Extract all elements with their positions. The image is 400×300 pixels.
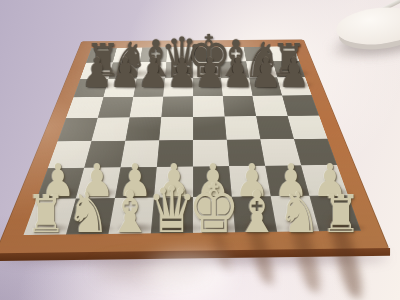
piece-black-pawn-a7[interactable]: ♟ [82,53,113,94]
knight-glyph: ♞ [277,180,320,245]
piece-black-pawn-h7[interactable]: ♟ [278,53,309,94]
pawn-glyph: ♟ [222,49,253,97]
piece-white-rook-a1[interactable]: ♜ [26,188,66,240]
square-e5[interactable] [193,96,225,117]
pawn-glyph: ♟ [82,49,113,97]
square-d4[interactable] [159,117,193,141]
pawn-glyph: ♟ [278,49,309,97]
piece-white-knight-g1[interactable]: ♞ [277,185,320,241]
square-f4[interactable] [225,116,261,139]
chess-scene: ♜♞♝♛♚♝♞♜♟♟♟♟♟♟♟♟♟♟♟♟♟♟♟♟♜♞♝♛♚♝♞♜ [0,0,400,300]
square-d5[interactable] [161,96,193,117]
square-b5[interactable] [98,97,134,118]
bishop-glyph: ♝ [234,178,278,246]
pawn-glyph: ♟ [110,49,141,97]
pawn-glyph: ♟ [194,49,225,97]
piece-black-pawn-c7[interactable]: ♟ [138,53,169,94]
pawn-glyph: ♟ [250,49,281,97]
pawn-glyph: ♟ [138,49,169,97]
piece-black-pawn-b7[interactable]: ♟ [110,53,141,94]
rook-glyph: ♜ [321,184,361,244]
piece-black-pawn-e7[interactable]: ♟ [194,53,225,94]
piece-white-bishop-f1[interactable]: ♝ [234,183,278,241]
square-f5[interactable] [223,96,256,117]
floor-highlight [146,254,232,298]
bishop-glyph: ♝ [108,178,152,246]
king-glyph: ♚ [188,169,240,248]
rook-glyph: ♜ [26,184,66,244]
piece-black-pawn-f7[interactable]: ♟ [222,53,253,94]
square-c4[interactable] [125,117,161,141]
square-h5[interactable] [282,95,319,116]
piece-white-rook-h1[interactable]: ♜ [321,188,361,240]
knight-glyph: ♞ [67,180,110,245]
piece-white-king-e1[interactable]: ♚ [188,175,240,243]
square-e4[interactable] [193,116,227,140]
piece-white-bishop-c1[interactable]: ♝ [108,183,152,241]
square-h4[interactable] [288,116,328,139]
piece-black-pawn-g7[interactable]: ♟ [250,53,281,94]
piece-black-pawn-d7[interactable]: ♟ [166,53,197,94]
pawn-glyph: ♟ [166,49,197,97]
square-b4[interactable] [91,117,129,141]
square-c5[interactable] [130,97,164,118]
piece-white-knight-b1[interactable]: ♞ [67,185,110,241]
